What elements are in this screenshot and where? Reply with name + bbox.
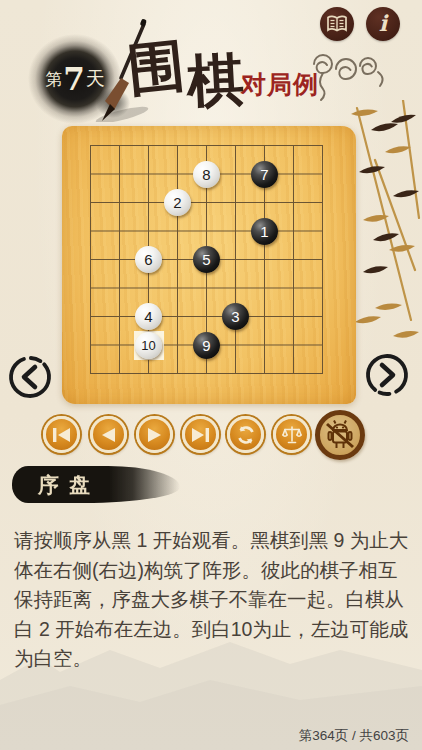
robot-disabled-icon xyxy=(323,418,357,452)
day-number: 7 xyxy=(63,61,85,97)
move-number: 10 xyxy=(141,339,155,352)
stone-white-8: 8 xyxy=(193,161,220,188)
step-forward-button[interactable] xyxy=(136,416,173,453)
page-indicator: 第364页 / 共603页 xyxy=(299,727,409,745)
move-number: 3 xyxy=(231,309,239,324)
bamboo-decor xyxy=(345,100,422,348)
stone-white-6: 6 xyxy=(135,246,162,273)
restart-button[interactable] xyxy=(227,416,264,453)
prev-page-button[interactable] xyxy=(7,354,53,400)
move-number: 5 xyxy=(202,252,210,267)
next-page-button[interactable] xyxy=(364,352,410,398)
play-icon xyxy=(147,427,162,443)
stone-black-3: 3 xyxy=(222,303,249,330)
move-number: 6 xyxy=(144,252,152,267)
step-back-icon xyxy=(101,427,116,443)
info-icon: i xyxy=(379,12,387,34)
go-board: 12345678910 xyxy=(62,126,356,404)
stone-black-5: 5 xyxy=(193,246,220,273)
stone-white-2: 2 xyxy=(164,189,191,216)
book-icon xyxy=(326,15,348,33)
stone-black-7: 7 xyxy=(251,161,278,188)
skip-to-start-icon xyxy=(52,427,71,443)
move-number: 9 xyxy=(202,338,210,353)
left-arrow-icon xyxy=(7,354,53,400)
page-title: 围棋 xyxy=(128,30,244,107)
day-suffix: 天 xyxy=(86,66,105,92)
scales-icon xyxy=(282,425,302,445)
lesson-text: 请按顺序从黑 1 开始观看。黑棋到黑 9 为止大体在右侧(右边)构筑了阵形。彼此… xyxy=(14,526,412,674)
stone-black-1: 1 xyxy=(251,218,278,245)
title-char-qi: 棋 xyxy=(185,42,246,122)
stone-white-4: 4 xyxy=(135,303,162,330)
title-char-wei: 围 xyxy=(124,27,189,110)
step-back-button[interactable] xyxy=(90,416,127,453)
move-number: 1 xyxy=(260,224,268,239)
skip-to-start-button[interactable] xyxy=(43,416,80,453)
skip-to-end-button[interactable] xyxy=(182,416,219,453)
auto-play-off-button[interactable] xyxy=(315,410,365,460)
move-number: 8 xyxy=(202,167,210,182)
skip-to-end-icon xyxy=(191,427,210,443)
move-number: 4 xyxy=(144,309,152,324)
info-button[interactable]: i xyxy=(366,7,400,41)
section-title: 序盘 xyxy=(12,474,100,495)
score-button[interactable] xyxy=(273,416,310,453)
right-arrow-icon xyxy=(364,352,410,398)
restart-icon xyxy=(236,425,256,445)
move-number: 7 xyxy=(260,167,268,182)
board-grid: 12345678910 xyxy=(90,145,323,374)
page: 第7天 围棋 对局例 i xyxy=(0,0,422,750)
stone-white-10: 10 xyxy=(135,332,162,359)
stone-black-9: 9 xyxy=(193,332,220,359)
day-badge: 第7天 xyxy=(28,34,122,124)
day-prefix: 第 xyxy=(45,68,62,91)
book-button[interactable] xyxy=(320,7,354,41)
page-subtitle: 对局例 xyxy=(241,68,319,101)
move-number: 2 xyxy=(173,195,181,210)
section-header: 序盘 xyxy=(12,466,180,503)
